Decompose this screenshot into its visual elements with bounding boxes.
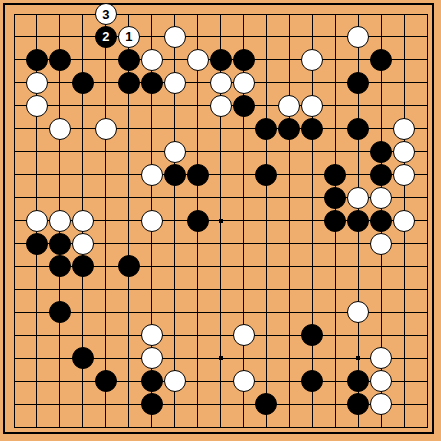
stone-white-L16	[233, 72, 255, 94]
move-number-label: 1	[125, 30, 132, 43]
grid-line-h-12	[14, 289, 428, 290]
star-point	[219, 356, 223, 360]
stone-white-S14	[393, 118, 415, 140]
stone-white-S10	[393, 210, 415, 232]
stone-black-R17	[370, 49, 392, 71]
stone-black-N14	[278, 118, 300, 140]
stone-black-D4	[72, 347, 94, 369]
grid-line-h-14	[14, 335, 428, 336]
go-board: 321	[0, 0, 441, 441]
stone-black-B17	[26, 49, 48, 71]
stone-white-E19: 3	[95, 3, 117, 25]
stone-white-K16	[210, 72, 232, 94]
stone-white-E14	[95, 118, 117, 140]
stone-black-G16	[141, 72, 163, 94]
stone-black-P10	[324, 210, 346, 232]
stone-white-D10	[72, 210, 94, 232]
stone-black-D16	[72, 72, 94, 94]
stone-black-E3	[95, 370, 117, 392]
stone-white-H18	[164, 26, 186, 48]
move-number-label: 2	[102, 30, 109, 43]
stone-black-E18: 2	[95, 26, 117, 48]
stone-black-C9	[49, 233, 71, 255]
stone-white-G17	[141, 49, 163, 71]
stone-black-O14	[301, 118, 323, 140]
stone-white-C14	[49, 118, 71, 140]
stone-white-F18: 1	[118, 26, 140, 48]
stone-black-R10	[370, 210, 392, 232]
stone-white-G5	[141, 324, 163, 346]
stone-black-M12	[255, 164, 277, 186]
stone-white-O15	[301, 95, 323, 117]
grid-line-h-18	[14, 427, 428, 428]
stone-black-R12	[370, 164, 392, 186]
stone-white-B15	[26, 95, 48, 117]
stone-black-P11	[324, 187, 346, 209]
stone-white-B10	[26, 210, 48, 232]
stone-white-G10	[141, 210, 163, 232]
stone-white-J17	[187, 49, 209, 71]
stone-black-Q14	[347, 118, 369, 140]
stone-white-S13	[393, 141, 415, 163]
stone-black-Q16	[347, 72, 369, 94]
grid-line-v-11	[266, 14, 267, 428]
grid-line-v-18	[427, 14, 428, 428]
stone-black-L15	[233, 95, 255, 117]
stone-white-G4	[141, 347, 163, 369]
stone-black-Q10	[347, 210, 369, 232]
stone-black-G2	[141, 393, 163, 415]
stone-white-R9	[370, 233, 392, 255]
stone-black-K17	[210, 49, 232, 71]
stone-white-Q11	[347, 187, 369, 209]
move-number-label: 3	[102, 8, 109, 21]
stone-black-R13	[370, 141, 392, 163]
stone-white-H13	[164, 141, 186, 163]
star-point	[356, 356, 360, 360]
grid-line-v-12	[289, 14, 290, 428]
stone-black-F16	[118, 72, 140, 94]
stone-black-F17	[118, 49, 140, 71]
stone-white-L5	[233, 324, 255, 346]
stone-black-C17	[49, 49, 71, 71]
star-point	[219, 219, 223, 223]
stone-white-K15	[210, 95, 232, 117]
stone-white-H16	[164, 72, 186, 94]
stone-white-D9	[72, 233, 94, 255]
stone-black-J12	[187, 164, 209, 186]
stone-white-H3	[164, 370, 186, 392]
stone-black-G3	[141, 370, 163, 392]
stone-black-L17	[233, 49, 255, 71]
stone-white-G12	[141, 164, 163, 186]
stone-black-P12	[324, 164, 346, 186]
stone-black-H12	[164, 164, 186, 186]
stone-white-L3	[233, 370, 255, 392]
stone-white-C10	[49, 210, 71, 232]
grid-line-v-13	[312, 14, 313, 428]
stone-black-J10	[187, 210, 209, 232]
stone-white-B16	[26, 72, 48, 94]
stone-white-R11	[370, 187, 392, 209]
stone-black-B9	[26, 233, 48, 255]
stone-white-S12	[393, 164, 415, 186]
